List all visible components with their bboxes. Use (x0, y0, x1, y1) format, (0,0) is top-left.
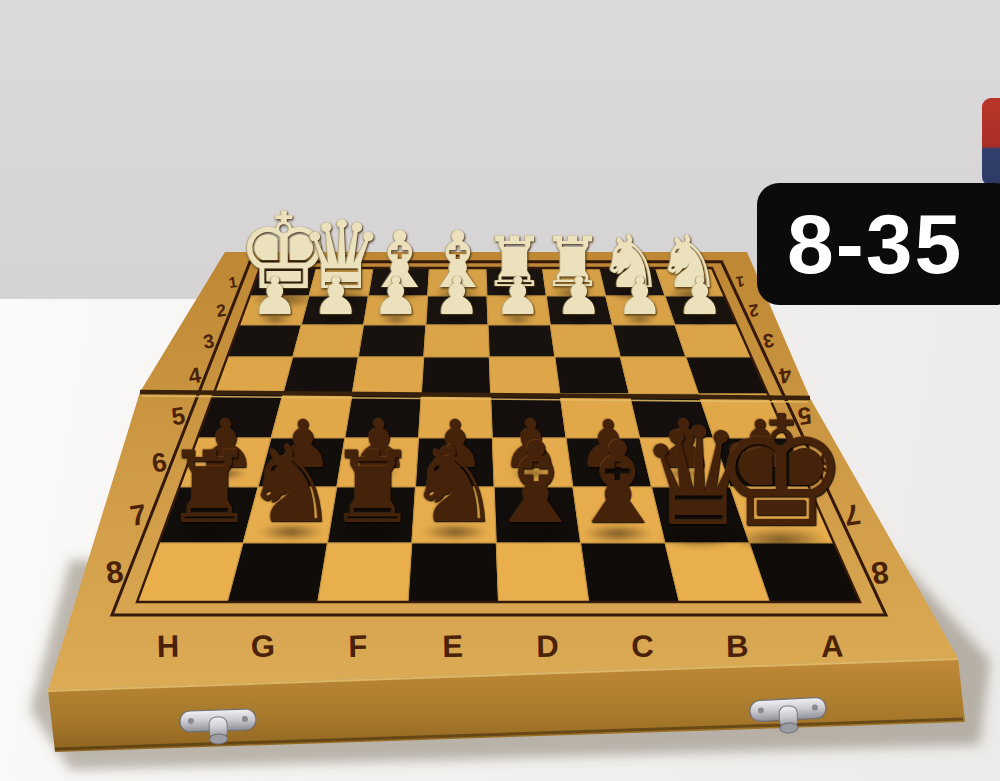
square-g2 (301, 296, 368, 325)
square-c4 (555, 357, 629, 394)
square-d8 (496, 543, 589, 602)
file-label-top-a: A (676, 252, 685, 266)
square-c6 (566, 438, 652, 487)
square-e1 (428, 268, 487, 296)
file-label-bottom-h: H (157, 629, 180, 664)
square-f6 (337, 438, 419, 487)
background-object (982, 98, 1000, 186)
square-e6 (416, 438, 495, 487)
square-f3 (358, 325, 426, 357)
file-label-top-b: B (620, 252, 629, 266)
file-label-bottom-g: G (251, 629, 276, 664)
square-d1 (486, 268, 546, 296)
file-label-top-d: D (509, 252, 518, 266)
file-label-bottom-b: B (726, 629, 749, 664)
square-e7 (412, 487, 496, 543)
file-label-bottom-d: D (536, 629, 559, 664)
square-f8 (318, 543, 412, 602)
square-d2 (487, 296, 550, 325)
square-c1 (543, 268, 606, 296)
square-g8 (227, 543, 327, 602)
square-e4 (421, 357, 490, 394)
square-e5 (419, 394, 493, 438)
square-d4 (489, 357, 560, 394)
square-d5 (491, 394, 566, 438)
file-label-top-c: C (564, 252, 573, 266)
file-label-bottom-e: E (442, 629, 463, 664)
square-c8 (581, 543, 680, 602)
file-label-top-f: F (399, 252, 406, 266)
square-c7 (573, 487, 665, 543)
square-f7 (328, 487, 416, 543)
square-f5 (345, 394, 422, 438)
square-g4 (283, 357, 358, 394)
file-label-bottom-a: A (821, 629, 844, 664)
file-label-bottom-c: C (631, 629, 654, 664)
square-g6 (258, 438, 345, 487)
square-b4 (620, 357, 698, 394)
file-label-top-g: G (342, 252, 351, 266)
square-g1 (309, 268, 373, 296)
square-d7 (494, 487, 581, 543)
square-b3 (613, 325, 686, 357)
square-e2 (426, 296, 488, 325)
square-f2 (364, 296, 428, 325)
square-c2 (546, 296, 612, 325)
square-b2 (606, 296, 675, 325)
square-f1 (368, 268, 429, 296)
square-b1 (599, 268, 665, 296)
file-label-bottom-f: F (348, 629, 368, 664)
square-d6 (492, 438, 573, 487)
photo-scene: 11HH22GG33FF44EE55DD66CC77BB88AA ♚♛♝♝♜♜♞… (0, 0, 1000, 781)
square-g3 (293, 325, 364, 357)
square-h2 (239, 296, 309, 325)
square-g5 (271, 394, 352, 438)
square-d3 (488, 325, 555, 357)
square-e3 (424, 325, 490, 357)
chess-board: 11HH22GG33FF44EE55DD66CC77BB88AA (0, 0, 1000, 781)
file-label-top-h: H (287, 252, 296, 266)
label-badge-text: 8-35 (757, 202, 963, 286)
file-label-top-e: E (454, 252, 462, 266)
square-f4 (352, 357, 424, 394)
label-badge: 8-35 (757, 183, 1000, 305)
square-c3 (550, 325, 620, 357)
square-g7 (243, 487, 337, 543)
square-e8 (408, 543, 498, 602)
